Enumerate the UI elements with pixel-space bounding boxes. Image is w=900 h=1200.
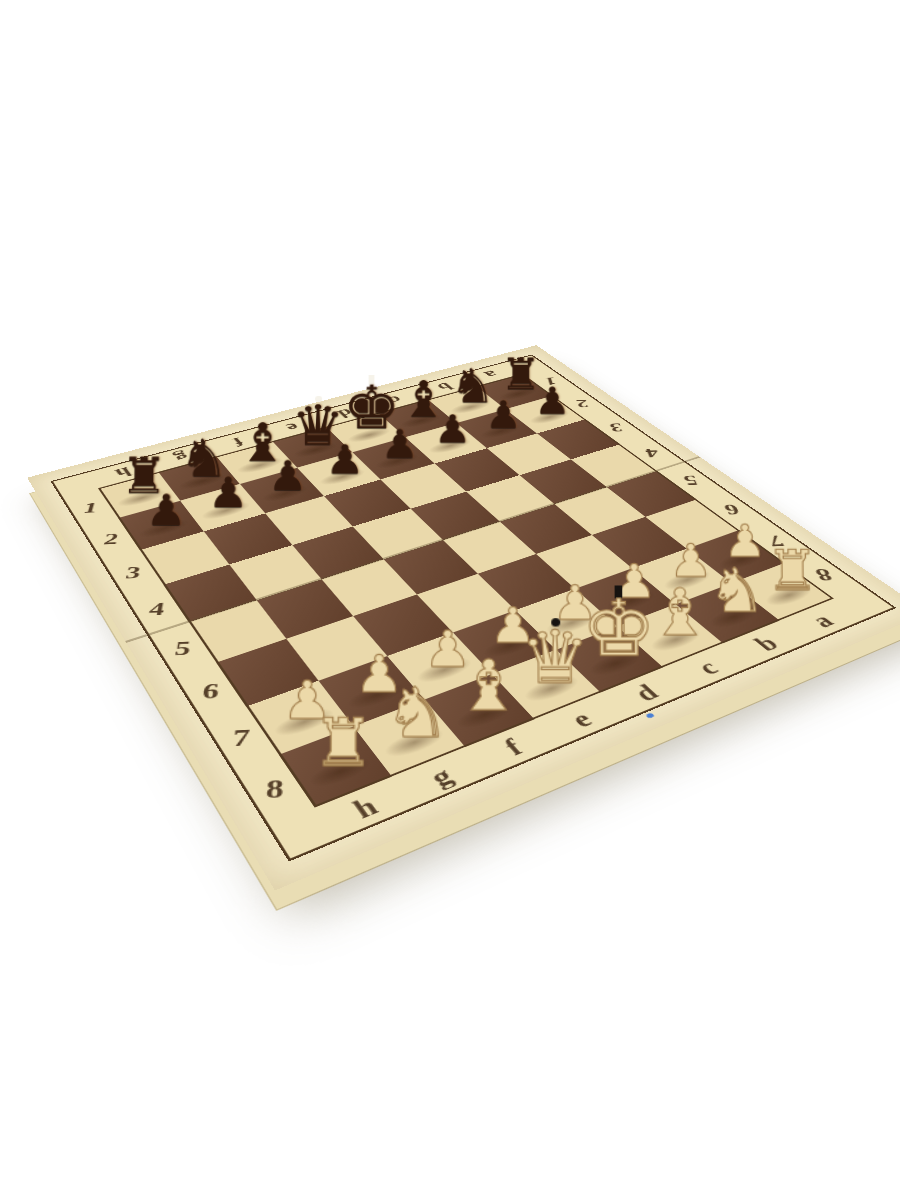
rank-label-text: 5 <box>173 639 192 659</box>
rank-label-text: 2 <box>102 531 120 547</box>
file-label-text: d <box>629 680 663 704</box>
file-label-text: h <box>348 792 382 822</box>
rank-label-text: 1 <box>82 500 100 515</box>
board-grid: hgfedcba1♜♞♝♛♚♝♞♜12♟♟♟♟♟♟♟♟2334455667♟♟♟… <box>53 356 893 859</box>
pawn-glyph: ♟ <box>145 490 186 531</box>
rank-label-text: 3 <box>124 564 142 581</box>
file-label-text: e <box>565 707 596 731</box>
file-label-text: b <box>749 632 783 654</box>
rank-label-text: 4 <box>643 447 660 460</box>
chess-board: hgfedcba1♜♞♝♛♚♝♞♜12♟♟♟♟♟♟♟♟2334455667♟♟♟… <box>27 345 900 890</box>
product-photo: hgfedcba1♜♞♝♛♚♝♞♜12♟♟♟♟♟♟♟♟2334455667♟♟♟… <box>0 0 900 1200</box>
rank-label-text: 4 <box>147 600 165 618</box>
piece-light-rook-h8[interactable]: ♜ <box>280 713 406 776</box>
file-label-text: a <box>805 610 837 630</box>
chessboard-scene: hgfedcba1♜♞♝♛♚♝♞♜12♟♟♟♟♟♟♟♟2334455667♟♟♟… <box>27 345 900 890</box>
file-label-near-d: d <box>601 667 691 718</box>
file-label-text: g <box>425 762 458 790</box>
rook-glyph: ♜ <box>311 713 374 776</box>
blue-paint-speck <box>645 712 655 718</box>
rank-label-text: 6 <box>201 680 220 702</box>
file-label-text: c <box>692 656 723 678</box>
piece-dark-pawn-h2[interactable]: ♟ <box>116 490 214 531</box>
file-label-text: f <box>499 735 527 759</box>
rank-label-text: 5 <box>681 473 699 487</box>
rank-label-text: 8 <box>265 776 284 802</box>
board-frame: hgfedcba1♜♞♝♛♚♝♞♜12♟♟♟♟♟♟♟♟2334455667♟♟♟… <box>50 354 896 861</box>
rank-label-text: 3 <box>608 422 624 434</box>
rank-label-text: 7 <box>231 726 250 750</box>
